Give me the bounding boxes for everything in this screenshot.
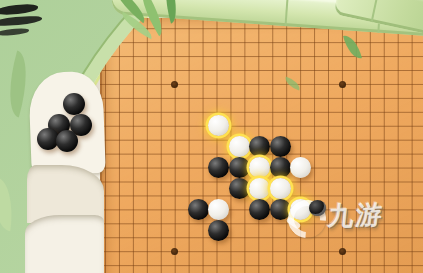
- captured-black-stone: [56, 130, 78, 152]
- captured-stones-group: [30, 72, 110, 172]
- star-point: [339, 81, 346, 88]
- black-stone[interactable]: [229, 157, 250, 178]
- black-stone[interactable]: [270, 136, 291, 157]
- black-stone[interactable]: [270, 157, 291, 178]
- black-stone[interactable]: [229, 178, 250, 199]
- black-stone[interactable]: [188, 199, 209, 220]
- logo-black-ball-icon: [309, 200, 326, 216]
- white-stone-highlighted[interactable]: [208, 115, 229, 136]
- bamboo-node: [284, 0, 288, 26]
- torn-paper-strip: [25, 215, 104, 273]
- black-stone[interactable]: [249, 136, 270, 157]
- black-stone[interactable]: [249, 199, 270, 220]
- white-stone-highlighted[interactable]: [249, 157, 270, 178]
- star-point: [171, 248, 178, 255]
- bamboo-node: [371, 0, 380, 22]
- star-point: [339, 248, 346, 255]
- white-stone-highlighted[interactable]: [229, 136, 250, 157]
- star-point: [171, 81, 178, 88]
- scene: 九游: [0, 0, 423, 273]
- black-stone[interactable]: [208, 220, 229, 241]
- watermark-logo: 九游: [284, 192, 420, 246]
- captured-black-stone: [63, 93, 85, 115]
- white-stone[interactable]: [290, 157, 311, 178]
- white-stone[interactable]: [208, 199, 229, 220]
- watermark-text: 九游: [326, 197, 386, 234]
- black-stone[interactable]: [208, 157, 229, 178]
- white-stone-highlighted[interactable]: [249, 178, 270, 199]
